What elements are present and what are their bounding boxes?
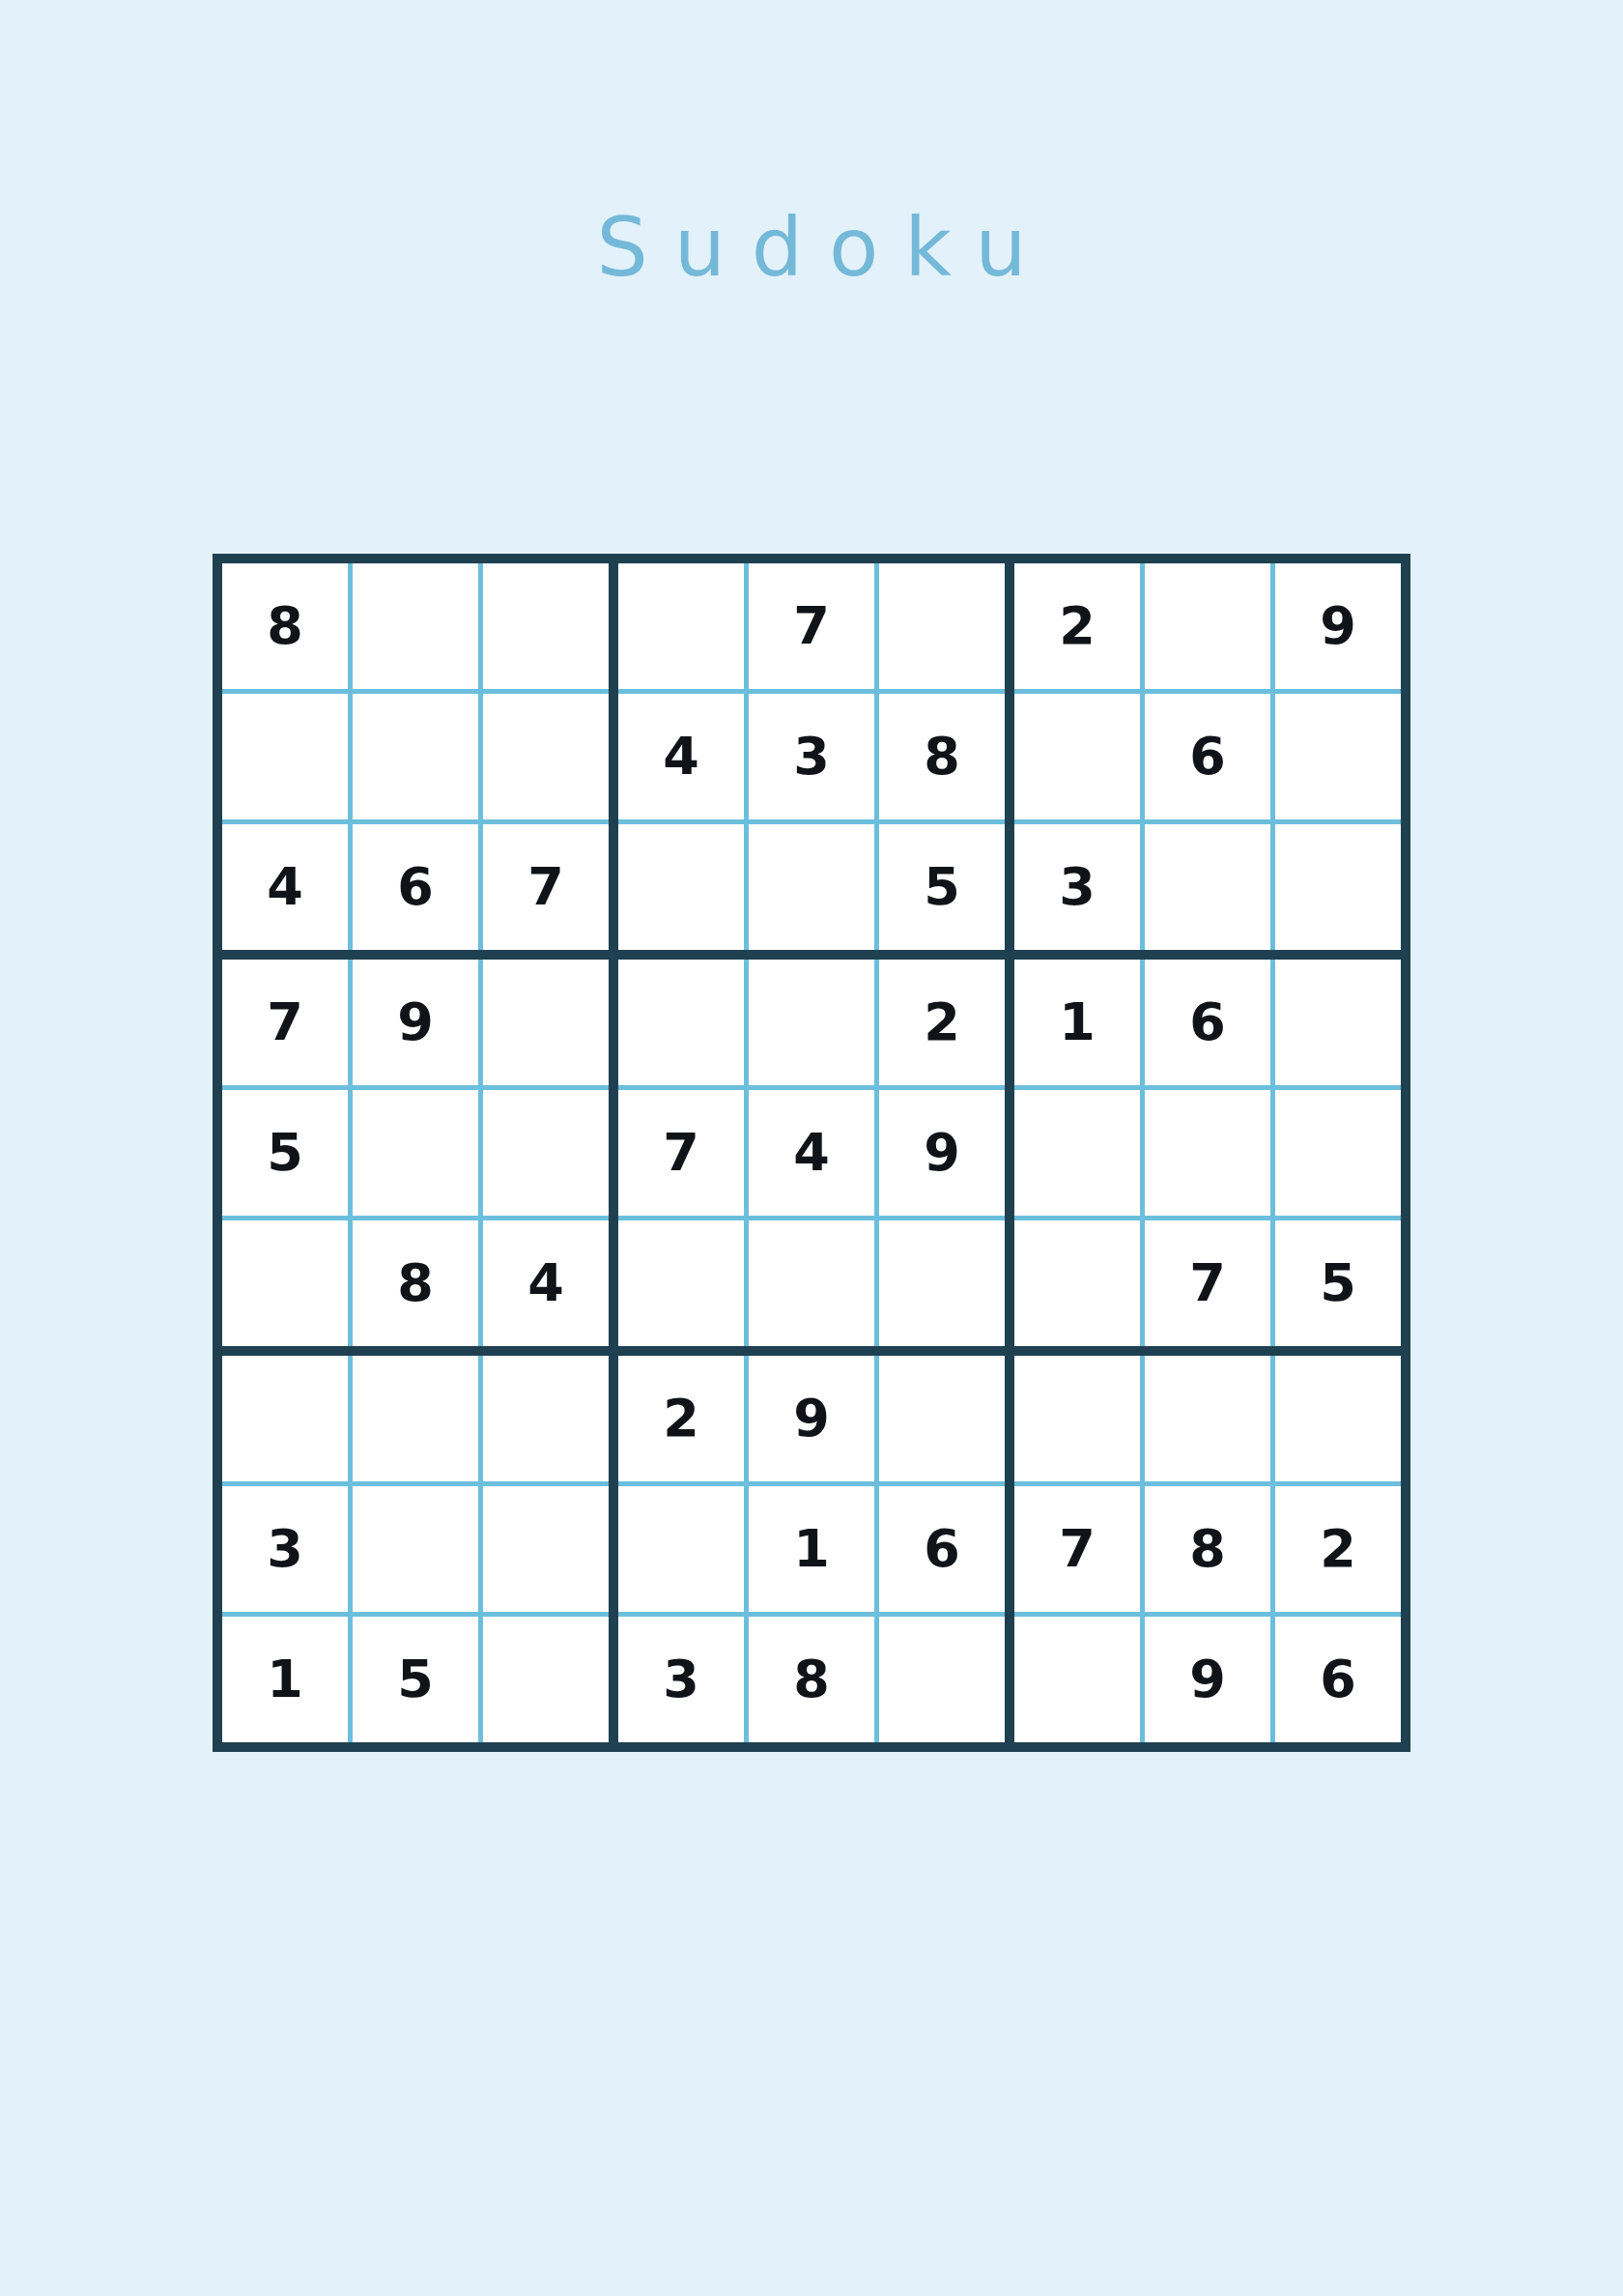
cell-r2c9[interactable] — [1275, 694, 1401, 819]
cell-r4c6[interactable]: 2 — [879, 960, 1005, 1085]
cell-r4c8[interactable]: 6 — [1145, 960, 1270, 1085]
cell-r6c8[interactable]: 7 — [1145, 1220, 1270, 1346]
cell-r4c2[interactable]: 9 — [353, 960, 478, 1085]
cell-r1c9[interactable]: 9 — [1275, 563, 1401, 689]
cell-r3c6[interactable]: 5 — [879, 824, 1005, 950]
cell-r5c5[interactable]: 4 — [749, 1090, 874, 1216]
cell-r9c6[interactable] — [879, 1617, 1005, 1742]
cell-r8c7[interactable]: 7 — [1014, 1486, 1140, 1612]
cell-r1c3[interactable] — [483, 563, 609, 689]
cell-r1c1[interactable]: 8 — [222, 563, 348, 689]
cell-r3c5[interactable] — [749, 824, 874, 950]
cell-r8c6[interactable]: 6 — [879, 1486, 1005, 1612]
cell-r4c4[interactable] — [618, 960, 744, 1085]
box-4: 79584 — [222, 960, 609, 1346]
cell-r4c3[interactable] — [483, 960, 609, 1085]
cell-r2c4[interactable]: 4 — [618, 694, 744, 819]
cell-r1c4[interactable] — [618, 563, 744, 689]
cell-r1c7[interactable]: 2 — [1014, 563, 1140, 689]
cell-r9c9[interactable]: 6 — [1275, 1617, 1401, 1742]
cell-r7c6[interactable] — [879, 1356, 1005, 1481]
cell-r7c3[interactable] — [483, 1356, 609, 1481]
cell-r4c7[interactable]: 1 — [1014, 960, 1140, 1085]
cell-r9c7[interactable] — [1014, 1617, 1140, 1742]
cell-r2c1[interactable] — [222, 694, 348, 819]
cell-r3c9[interactable] — [1275, 824, 1401, 950]
cell-r9c2[interactable]: 5 — [353, 1617, 478, 1742]
cell-r6c4[interactable] — [618, 1220, 744, 1346]
cell-r3c4[interactable] — [618, 824, 744, 950]
box-3: 2963 — [1014, 563, 1401, 950]
cell-r9c8[interactable]: 9 — [1145, 1617, 1270, 1742]
cell-r6c1[interactable] — [222, 1220, 348, 1346]
cell-r5c8[interactable] — [1145, 1090, 1270, 1216]
page-title: Sudoku — [0, 207, 1623, 288]
cell-r2c2[interactable] — [353, 694, 478, 819]
box-8: 291638 — [618, 1356, 1005, 1742]
cell-r7c4[interactable]: 2 — [618, 1356, 744, 1481]
cell-r5c3[interactable] — [483, 1090, 609, 1216]
page-background: { "header": { "title": "Sudoku" }, "game… — [0, 0, 1623, 2296]
cell-r8c9[interactable]: 2 — [1275, 1486, 1401, 1612]
box-5: 2749 — [618, 960, 1005, 1346]
cell-r7c8[interactable] — [1145, 1356, 1270, 1481]
cell-r8c4[interactable] — [618, 1486, 744, 1612]
cell-r3c8[interactable] — [1145, 824, 1270, 950]
cell-r3c1[interactable]: 4 — [222, 824, 348, 950]
cell-r2c5[interactable]: 3 — [749, 694, 874, 819]
cell-r6c6[interactable] — [879, 1220, 1005, 1346]
cell-r3c3[interactable]: 7 — [483, 824, 609, 950]
cell-r2c3[interactable] — [483, 694, 609, 819]
cell-r3c2[interactable]: 6 — [353, 824, 478, 950]
box-1: 8467 — [222, 563, 609, 950]
cell-r7c9[interactable] — [1275, 1356, 1401, 1481]
cell-r9c5[interactable]: 8 — [749, 1617, 874, 1742]
box-6: 1675 — [1014, 960, 1401, 1346]
cell-r1c8[interactable] — [1145, 563, 1270, 689]
cell-r4c9[interactable] — [1275, 960, 1401, 1085]
cell-r8c3[interactable] — [483, 1486, 609, 1612]
box-9: 78296 — [1014, 1356, 1401, 1742]
cell-r4c1[interactable]: 7 — [222, 960, 348, 1085]
box-7: 315 — [222, 1356, 609, 1742]
cell-r1c2[interactable] — [353, 563, 478, 689]
cell-r5c6[interactable]: 9 — [879, 1090, 1005, 1216]
cell-r8c8[interactable]: 8 — [1145, 1486, 1270, 1612]
cell-r5c1[interactable]: 5 — [222, 1090, 348, 1216]
cell-r8c1[interactable]: 3 — [222, 1486, 348, 1612]
cell-r9c1[interactable]: 1 — [222, 1617, 348, 1742]
cell-r2c6[interactable]: 8 — [879, 694, 1005, 819]
cell-r5c2[interactable] — [353, 1090, 478, 1216]
cell-r1c5[interactable]: 7 — [749, 563, 874, 689]
cell-r5c4[interactable]: 7 — [618, 1090, 744, 1216]
cell-r9c4[interactable]: 3 — [618, 1617, 744, 1742]
cell-r6c5[interactable] — [749, 1220, 874, 1346]
cell-r7c5[interactable]: 9 — [749, 1356, 874, 1481]
cell-r5c7[interactable] — [1014, 1090, 1140, 1216]
cell-r6c7[interactable] — [1014, 1220, 1140, 1346]
cell-r7c2[interactable] — [353, 1356, 478, 1481]
cell-r5c9[interactable] — [1275, 1090, 1401, 1216]
cell-r1c6[interactable] — [879, 563, 1005, 689]
cell-r8c5[interactable]: 1 — [749, 1486, 874, 1612]
cell-r3c7[interactable]: 3 — [1014, 824, 1140, 950]
cell-r7c7[interactable] — [1014, 1356, 1140, 1481]
box-2: 74385 — [618, 563, 1005, 950]
cell-r7c1[interactable] — [222, 1356, 348, 1481]
cell-r2c7[interactable] — [1014, 694, 1140, 819]
cell-r4c5[interactable] — [749, 960, 874, 1085]
cell-r8c2[interactable] — [353, 1486, 478, 1612]
cell-r6c3[interactable]: 4 — [483, 1220, 609, 1346]
cell-r2c8[interactable]: 6 — [1145, 694, 1270, 819]
sudoku-board: 8467743852963795842749167531529163878296 — [213, 554, 1410, 1752]
cell-r9c3[interactable] — [483, 1617, 609, 1742]
cell-r6c2[interactable]: 8 — [353, 1220, 478, 1346]
cell-r6c9[interactable]: 5 — [1275, 1220, 1401, 1346]
